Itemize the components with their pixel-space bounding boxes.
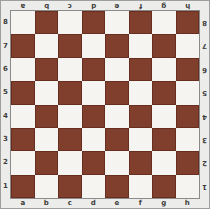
square-c7[interactable] — [58, 34, 82, 57]
square-d7[interactable] — [82, 34, 106, 57]
coordinate-label-h: h — [176, 199, 200, 208]
square-b7[interactable] — [35, 34, 59, 57]
coordinate-label-c: c — [58, 1, 82, 10]
square-d4[interactable] — [82, 105, 106, 128]
coordinate-label-b: b — [35, 1, 59, 10]
square-g4[interactable] — [152, 105, 176, 128]
rank-labels-left: 87654321 — [1, 11, 10, 198]
square-e5[interactable] — [105, 81, 129, 104]
coordinate-label-3: 3 — [1, 128, 10, 151]
square-e4[interactable] — [105, 105, 129, 128]
square-e1[interactable] — [105, 175, 129, 198]
square-b1[interactable] — [35, 175, 59, 198]
square-b6[interactable] — [35, 58, 59, 81]
coordinate-label-7: 7 — [200, 34, 209, 57]
square-g2[interactable] — [152, 151, 176, 174]
square-h6[interactable] — [176, 58, 200, 81]
square-a6[interactable] — [11, 58, 35, 81]
square-d6[interactable] — [82, 58, 106, 81]
coordinate-label-d: d — [82, 1, 106, 10]
coordinate-label-e: e — [105, 199, 129, 208]
coordinate-label-2: 2 — [1, 151, 10, 174]
square-c4[interactable] — [58, 105, 82, 128]
square-c6[interactable] — [58, 58, 82, 81]
square-c3[interactable] — [58, 128, 82, 151]
square-a8[interactable] — [11, 11, 35, 34]
coordinate-label-a: a — [11, 1, 35, 10]
square-h7[interactable] — [176, 34, 200, 57]
square-g3[interactable] — [152, 128, 176, 151]
square-a4[interactable] — [11, 105, 35, 128]
file-labels-bottom: abcdefgh — [11, 199, 199, 208]
square-a5[interactable] — [11, 81, 35, 104]
coordinate-label-f: f — [129, 199, 153, 208]
square-f4[interactable] — [129, 105, 153, 128]
square-f1[interactable] — [129, 175, 153, 198]
square-b4[interactable] — [35, 105, 59, 128]
square-c2[interactable] — [58, 151, 82, 174]
square-c5[interactable] — [58, 81, 82, 104]
coordinate-label-e: e — [105, 1, 129, 10]
square-f6[interactable] — [129, 58, 153, 81]
square-c1[interactable] — [58, 175, 82, 198]
coordinate-label-3: 3 — [200, 128, 209, 151]
coordinate-label-a: a — [11, 199, 35, 208]
square-b5[interactable] — [35, 81, 59, 104]
coordinate-label-7: 7 — [1, 34, 10, 57]
coordinate-label-8: 8 — [200, 11, 209, 34]
square-d8[interactable] — [82, 11, 106, 34]
coordinate-label-g: g — [152, 199, 176, 208]
square-a3[interactable] — [11, 128, 35, 151]
square-d1[interactable] — [82, 175, 106, 198]
square-e8[interactable] — [105, 11, 129, 34]
coordinate-label-5: 5 — [200, 81, 209, 104]
coordinate-label-8: 8 — [1, 11, 10, 34]
coordinate-label-b: b — [35, 199, 59, 208]
coordinate-label-6: 6 — [200, 58, 209, 81]
square-e3[interactable] — [105, 128, 129, 151]
coordinate-label-2: 2 — [200, 151, 209, 174]
square-h1[interactable] — [176, 175, 200, 198]
square-b8[interactable] — [35, 11, 59, 34]
square-a2[interactable] — [11, 151, 35, 174]
coordinate-label-h: h — [176, 1, 200, 10]
coordinate-label-1: 1 — [1, 175, 10, 198]
square-f8[interactable] — [129, 11, 153, 34]
square-a1[interactable] — [11, 175, 35, 198]
coordinate-label-f: f — [129, 1, 153, 10]
square-g6[interactable] — [152, 58, 176, 81]
square-h5[interactable] — [176, 81, 200, 104]
square-e2[interactable] — [105, 151, 129, 174]
coordinate-label-g: g — [152, 1, 176, 10]
square-f7[interactable] — [129, 34, 153, 57]
square-g7[interactable] — [152, 34, 176, 57]
square-g8[interactable] — [152, 11, 176, 34]
square-h4[interactable] — [176, 105, 200, 128]
coordinate-label-4: 4 — [200, 105, 209, 128]
chess-board — [10, 10, 200, 199]
coordinate-label-4: 4 — [1, 105, 10, 128]
square-e6[interactable] — [105, 58, 129, 81]
square-d2[interactable] — [82, 151, 106, 174]
file-labels-top: abcdefgh — [11, 1, 199, 10]
coordinate-label-1: 1 — [200, 175, 209, 198]
square-h8[interactable] — [176, 11, 200, 34]
square-a7[interactable] — [11, 34, 35, 57]
rank-labels-right: 87654321 — [200, 11, 209, 198]
chess-board-diagram: abcdefgh abcdefgh 87654321 87654321 — [0, 0, 210, 209]
coordinate-label-d: d — [82, 199, 106, 208]
square-c8[interactable] — [58, 11, 82, 34]
square-f3[interactable] — [129, 128, 153, 151]
square-e7[interactable] — [105, 34, 129, 57]
coordinate-label-6: 6 — [1, 58, 10, 81]
square-b3[interactable] — [35, 128, 59, 151]
square-g5[interactable] — [152, 81, 176, 104]
coordinate-label-c: c — [58, 199, 82, 208]
square-d3[interactable] — [82, 128, 106, 151]
square-d5[interactable] — [82, 81, 106, 104]
square-h3[interactable] — [176, 128, 200, 151]
square-h2[interactable] — [176, 151, 200, 174]
coordinate-label-5: 5 — [1, 81, 10, 104]
square-f2[interactable] — [129, 151, 153, 174]
square-b2[interactable] — [35, 151, 59, 174]
square-g1[interactable] — [152, 175, 176, 198]
square-f5[interactable] — [129, 81, 153, 104]
